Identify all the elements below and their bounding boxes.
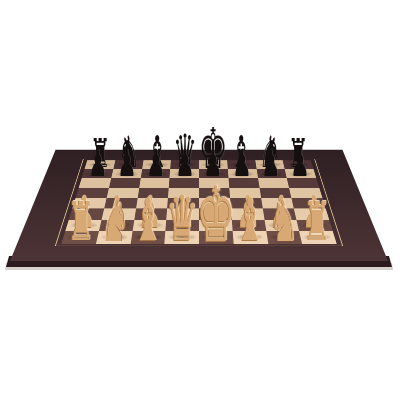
piece-white-queen-d1[interactable]: ♛ (166, 189, 199, 252)
piece-white-bishop-f1[interactable]: ♝ (234, 192, 265, 251)
piece-black-pawn-g7[interactable]: ♟ (261, 145, 280, 182)
piece-black-pawn-c7[interactable]: ♟ (146, 145, 165, 182)
piece-white-knight-g1[interactable]: ♞ (269, 193, 299, 250)
piece-white-rook-h1[interactable]: ♜ (303, 196, 331, 249)
piece-white-knight-b1[interactable]: ♞ (100, 193, 130, 250)
piece-black-pawn-a7[interactable]: ♟ (88, 145, 107, 182)
piece-white-rook-a1[interactable]: ♜ (67, 196, 95, 249)
piece-white-bishop-c1[interactable]: ♝ (133, 192, 164, 251)
piece-white-king-e1[interactable]: ♚ (196, 178, 235, 254)
photo-background: ♜♞♝♛♚♝♞♜♟♟♟♟♟♟♟♟♟♟♟♟♟♟♟♟♜♞♝♛♚♝♞♜ (0, 0, 400, 400)
pieces-layer: ♜♞♝♛♚♝♞♜♟♟♟♟♟♟♟♟♟♟♟♟♟♟♟♟♜♞♝♛♚♝♞♜ (0, 0, 400, 400)
piece-black-pawn-b7[interactable]: ♟ (117, 145, 136, 182)
piece-black-pawn-h7[interactable]: ♟ (290, 145, 309, 182)
piece-black-pawn-d7[interactable]: ♟ (175, 145, 194, 182)
